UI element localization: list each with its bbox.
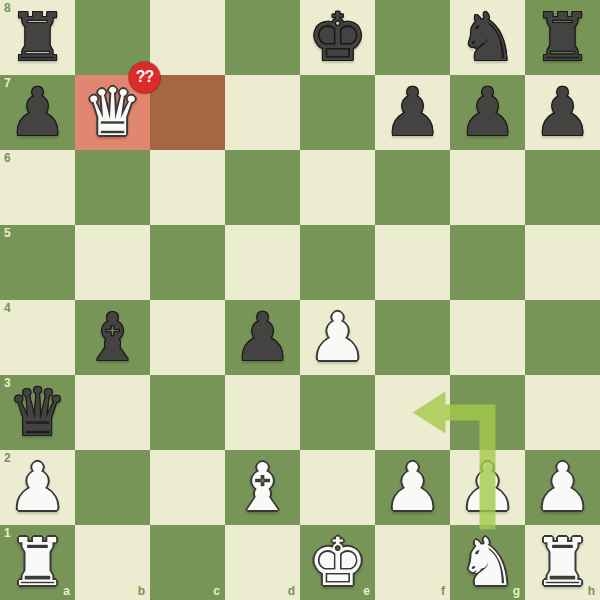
- piece-white-rook-h1[interactable]: ♜: [525, 525, 600, 600]
- square-e5[interactable]: [300, 225, 375, 300]
- chess-board: 87654321abcdefgh♜♚♞♜♟♛♟♟♟♝♟♟♛♟♝♟♟♟♜♚♞♜: [0, 0, 600, 600]
- piece-white-king-e1[interactable]: ♚: [300, 525, 375, 600]
- blunder-badge-label: ??: [136, 69, 154, 85]
- piece-black-pawn-g7[interactable]: ♟: [450, 75, 525, 150]
- square-g4[interactable]: [450, 300, 525, 375]
- square-b5[interactable]: [75, 225, 150, 300]
- square-d6[interactable]: [225, 150, 300, 225]
- square-e7[interactable]: [300, 75, 375, 150]
- piece-white-pawn-a2[interactable]: ♟: [0, 450, 75, 525]
- square-c4[interactable]: [150, 300, 225, 375]
- piece-white-bishop-d2[interactable]: ♝: [225, 450, 300, 525]
- square-f5[interactable]: [375, 225, 450, 300]
- piece-black-pawn-a7[interactable]: ♟: [0, 75, 75, 150]
- square-c8[interactable]: [150, 0, 225, 75]
- piece-white-pawn-g2[interactable]: ♟: [450, 450, 525, 525]
- square-f4[interactable]: [375, 300, 450, 375]
- square-a4[interactable]: 4: [0, 300, 75, 375]
- square-g6[interactable]: [450, 150, 525, 225]
- piece-black-king-e8[interactable]: ♚: [300, 0, 375, 75]
- piece-white-rook-a1[interactable]: ♜: [0, 525, 75, 600]
- square-d1[interactable]: d: [225, 525, 300, 600]
- piece-black-pawn-h7[interactable]: ♟: [525, 75, 600, 150]
- file-label-f: f: [441, 585, 445, 597]
- square-c6[interactable]: [150, 150, 225, 225]
- piece-black-knight-g8[interactable]: ♞: [450, 0, 525, 75]
- rank-label-4: 4: [4, 302, 11, 314]
- rank-label-6: 6: [4, 152, 11, 164]
- square-e3[interactable]: [300, 375, 375, 450]
- piece-black-rook-h8[interactable]: ♜: [525, 0, 600, 75]
- square-b2[interactable]: [75, 450, 150, 525]
- square-a6[interactable]: 6: [0, 150, 75, 225]
- piece-black-pawn-f7[interactable]: ♟: [375, 75, 450, 150]
- square-h4[interactable]: [525, 300, 600, 375]
- piece-black-pawn-d4[interactable]: ♟: [225, 300, 300, 375]
- square-e2[interactable]: [300, 450, 375, 525]
- square-h5[interactable]: [525, 225, 600, 300]
- rank-label-5: 5: [4, 227, 11, 239]
- piece-white-pawn-f2[interactable]: ♟: [375, 450, 450, 525]
- piece-black-bishop-b4[interactable]: ♝: [75, 300, 150, 375]
- square-b6[interactable]: [75, 150, 150, 225]
- square-d7[interactable]: [225, 75, 300, 150]
- square-c2[interactable]: [150, 450, 225, 525]
- square-d5[interactable]: [225, 225, 300, 300]
- file-label-b: b: [138, 585, 145, 597]
- square-c1[interactable]: c: [150, 525, 225, 600]
- square-a5[interactable]: 5: [0, 225, 75, 300]
- square-c5[interactable]: [150, 225, 225, 300]
- square-h6[interactable]: [525, 150, 600, 225]
- square-g3[interactable]: [450, 375, 525, 450]
- piece-white-pawn-e4[interactable]: ♟: [300, 300, 375, 375]
- square-g5[interactable]: [450, 225, 525, 300]
- piece-white-pawn-h2[interactable]: ♟: [525, 450, 600, 525]
- square-b1[interactable]: b: [75, 525, 150, 600]
- square-c7[interactable]: [150, 75, 225, 150]
- piece-black-queen-a3[interactable]: ♛: [0, 375, 75, 450]
- square-c3[interactable]: [150, 375, 225, 450]
- square-f1[interactable]: f: [375, 525, 450, 600]
- chess-app-screen: 87654321abcdefgh♜♚♞♜♟♛♟♟♟♝♟♟♛♟♝♟♟♟♜♚♞♜ ?…: [0, 0, 600, 600]
- file-label-c: c: [213, 585, 220, 597]
- square-b3[interactable]: [75, 375, 150, 450]
- square-d3[interactable]: [225, 375, 300, 450]
- square-f6[interactable]: [375, 150, 450, 225]
- square-e6[interactable]: [300, 150, 375, 225]
- file-label-d: d: [288, 585, 295, 597]
- piece-white-knight-g1[interactable]: ♞: [450, 525, 525, 600]
- square-h3[interactable]: [525, 375, 600, 450]
- square-d8[interactable]: [225, 0, 300, 75]
- square-f8[interactable]: [375, 0, 450, 75]
- blunder-badge: ??: [129, 62, 160, 93]
- piece-black-rook-a8[interactable]: ♜: [0, 0, 75, 75]
- square-f3[interactable]: [375, 375, 450, 450]
